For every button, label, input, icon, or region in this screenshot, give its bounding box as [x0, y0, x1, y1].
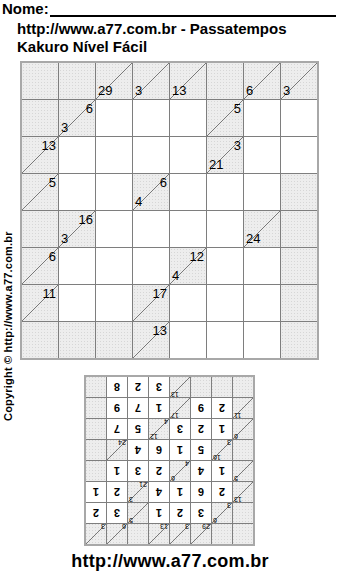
clue-cell-r0c6: 6 [244, 63, 280, 99]
sol-entry-cell-r5c1: 1 [212, 419, 232, 439]
across-clue: 13 [153, 323, 167, 338]
across-clue: 3 [234, 138, 241, 153]
clue-cell-r4c1: 163 [59, 211, 95, 247]
across-clue: 17 [153, 286, 167, 301]
sol-entry-cell-r5c5: 5 [128, 419, 148, 439]
clue-cell-r4c6: 24 [244, 211, 280, 247]
sol-clue-cell-r2c0: 13 [233, 482, 253, 502]
entry-cell-r3c1[interactable] [59, 174, 95, 210]
sol-block-cell-r7c2 [191, 377, 211, 397]
sol-block-cell-r7c1 [212, 377, 232, 397]
sol-entry-cell-r2c1: 2 [212, 482, 232, 502]
sol-clue-cell-r4c6: 24 [107, 440, 127, 460]
across-clue: 12 [190, 249, 204, 264]
sol-clue-cell-r3c3: 64 [170, 461, 190, 481]
clue-cell-r0c7: 3 [281, 63, 317, 99]
sol-entry-cell-r1c3: 2 [170, 503, 190, 523]
sol-clue-cell-r6c3: 17 [170, 398, 190, 418]
down-clue: 29 [202, 523, 210, 530]
sol-block-cell-r0c1 [212, 524, 232, 544]
sol-entry-cell-r4c5: 4 [128, 440, 148, 460]
sol-entry-cell-r2c4: 4 [149, 482, 169, 502]
down-clue: 3 [61, 120, 68, 135]
down-clue: 21 [139, 481, 147, 488]
clue-cell-r2c5: 321 [207, 137, 243, 173]
clue-cell-r5c0: 6 [22, 248, 58, 284]
sol-entry-cell-r3c2: 4 [191, 461, 211, 481]
block-cell-r7c7 [281, 322, 317, 358]
block-cell-r6c7 [281, 285, 317, 321]
across-clue: 5 [129, 517, 133, 524]
entry-cell-r1c7[interactable] [281, 100, 317, 136]
down-clue: 3 [283, 83, 290, 98]
across-clue: 5 [49, 175, 56, 190]
across-clue: 12 [150, 433, 158, 440]
entry-cell-r1c2[interactable] [96, 100, 132, 136]
sol-block-cell-r6c7 [86, 398, 106, 418]
sol-entry-cell-r5c6: 7 [107, 419, 127, 439]
down-clue: 24 [246, 231, 260, 246]
sol-entry-cell-r1c6: 3 [107, 503, 127, 523]
sol-block-cell-r7c7 [86, 377, 106, 397]
block-cell-r4c0 [22, 211, 58, 247]
name-fill-in-line[interactable] [50, 2, 336, 17]
sol-block-cell-r7c0 [233, 377, 253, 397]
sol-entry-cell-r5c3: 3 [170, 419, 190, 439]
sol-entry-cell-r3c1: 1 [212, 461, 232, 481]
entry-cell-r7c6[interactable] [244, 322, 280, 358]
copyright-vertical-text: Copyright © http://www.a77.com.br [2, 108, 14, 421]
clue-cell-r1c1: 63 [59, 100, 95, 136]
down-clue: 4 [164, 418, 168, 425]
sol-clue-cell-r3c0: 5 [233, 461, 253, 481]
down-clue: 24 [118, 439, 126, 446]
across-clue: 13 [171, 391, 179, 398]
entry-cell-r5c5[interactable] [207, 248, 243, 284]
across-clue: 5 [234, 101, 241, 116]
sol-clue-cell-r1c5: 5 [128, 503, 148, 523]
across-clue: 11 [234, 412, 241, 419]
kakuro-board[interactable]: 293136363513321564163246124111713 [20, 61, 319, 360]
clue-cell-r1c5: 5 [207, 100, 243, 136]
block-cell-r4c7 [281, 211, 317, 247]
sol-entry-cell-r6c1: 2 [212, 398, 232, 418]
across-clue: 17 [171, 412, 179, 419]
sol-block-cell-r1c0 [233, 503, 253, 523]
block-cell-r5c7 [281, 248, 317, 284]
down-clue: 29 [98, 83, 112, 98]
puzzle-title: Kakuro Nível Fácil [17, 38, 147, 55]
sol-clue-cell-r2c5: 321 [128, 482, 148, 502]
sol-clue-cell-r5c0: 6 [233, 419, 253, 439]
across-clue: 6 [160, 175, 167, 190]
across-clue: 6 [234, 433, 238, 440]
down-clue: 21 [209, 157, 223, 172]
entry-cell-r6c2[interactable] [96, 285, 132, 321]
clue-cell-r0c2: 29 [96, 63, 132, 99]
sol-entry-cell-r2c6: 2 [107, 482, 127, 502]
sol-entry-cell-r4c2: 5 [191, 440, 211, 460]
sol-clue-cell-r5c4: 124 [149, 419, 169, 439]
down-clue: 3 [185, 523, 189, 530]
block-cell-r1c0 [22, 100, 58, 136]
entry-cell-r5c3[interactable] [133, 248, 169, 284]
block-cell-r3c7 [281, 174, 317, 210]
across-clue: 6 [213, 517, 217, 524]
sol-clue-cell-r0c4: 13 [149, 524, 169, 544]
clue-cell-r0c4: 13 [170, 63, 206, 99]
across-clue: 13 [234, 496, 242, 503]
entry-cell-r6c5[interactable] [207, 285, 243, 321]
entry-cell-r7c4[interactable] [170, 322, 206, 358]
entry-cell-r3c5[interactable] [207, 174, 243, 210]
sol-entry-cell-r1c7: 2 [86, 503, 106, 523]
name-label: Nome: [2, 1, 49, 17]
sol-entry-cell-r1c2: 3 [191, 503, 211, 523]
entry-cell-r2c7[interactable] [281, 137, 317, 173]
across-clue: 13 [42, 138, 56, 153]
across-clue: 16 [213, 454, 221, 461]
across-clue: 11 [43, 286, 57, 301]
sol-entry-cell-r7c4: 3 [149, 377, 169, 397]
down-clue: 4 [172, 268, 179, 283]
entry-cell-r1c4[interactable] [170, 100, 206, 136]
sol-entry-cell-r7c5: 2 [128, 377, 148, 397]
sol-entry-cell-r2c7: 1 [86, 482, 106, 502]
across-clue: 6 [49, 249, 56, 264]
sol-clue-cell-r0c3: 3 [170, 524, 190, 544]
block-cell-r0c5 [207, 63, 243, 99]
sol-clue-cell-r1c1: 63 [212, 503, 232, 523]
down-clue: 4 [185, 460, 189, 467]
down-clue: 3 [135, 83, 142, 98]
sol-block-cell-r4c7 [86, 440, 106, 460]
block-cell-r7c1 [59, 322, 95, 358]
clue-cell-r5c4: 124 [170, 248, 206, 284]
clue-cell-r6c3: 17 [133, 285, 169, 321]
block-cell-r0c1 [59, 63, 95, 99]
down-clue: 4 [135, 194, 142, 209]
down-clue: 3 [227, 502, 231, 509]
sol-entry-cell-r3c6: 1 [107, 461, 127, 481]
site-title: http://www.a77.com.br - Passatempos [17, 20, 287, 37]
down-clue: 3 [227, 439, 231, 446]
sol-entry-cell-r4c3: 1 [170, 440, 190, 460]
entry-cell-r2c4[interactable] [170, 137, 206, 173]
sol-entry-cell-r7c6: 8 [107, 377, 127, 397]
sol-entry-cell-r6c4: 1 [149, 398, 169, 418]
entry-cell-r5c2[interactable] [96, 248, 132, 284]
sol-entry-cell-r6c2: 9 [191, 398, 211, 418]
entry-cell-r4c2[interactable] [96, 211, 132, 247]
block-cell-r0c0 [22, 63, 58, 99]
sol-block-cell-r0c5 [128, 524, 148, 544]
sol-entry-cell-r3c5: 3 [128, 461, 148, 481]
clue-cell-r6c0: 11 [22, 285, 58, 321]
across-clue: 16 [79, 212, 93, 227]
clue-cell-r3c3: 64 [133, 174, 169, 210]
entry-cell-r6c1[interactable] [59, 285, 95, 321]
clue-cell-r7c3: 13 [133, 322, 169, 358]
sol-entry-cell-r1c4: 1 [149, 503, 169, 523]
entry-cell-r2c1[interactable] [59, 137, 95, 173]
clue-cell-r2c0: 13 [22, 137, 58, 173]
sol-clue-cell-r4c1: 163 [212, 440, 232, 460]
across-clue: 6 [86, 101, 93, 116]
entry-cell-r2c3[interactable] [133, 137, 169, 173]
sol-clue-cell-r6c0: 11 [233, 398, 253, 418]
sol-block-cell-r4c0 [233, 440, 253, 460]
sol-clue-cell-r7c3: 13 [170, 377, 190, 397]
sol-entry-cell-r6c6: 9 [107, 398, 127, 418]
entry-cell-r1c6[interactable] [244, 100, 280, 136]
entry-cell-r6c6[interactable] [244, 285, 280, 321]
down-clue: 6 [122, 523, 126, 530]
sol-block-cell-r0c0 [233, 524, 253, 544]
footer-url: http://www.a77.com.br [0, 551, 340, 572]
entry-cell-r3c4[interactable] [170, 174, 206, 210]
clue-cell-r0c3: 3 [133, 63, 169, 99]
entry-cell-r3c2[interactable] [96, 174, 132, 210]
clue-cell-r3c0: 5 [22, 174, 58, 210]
entry-cell-r2c6[interactable] [244, 137, 280, 173]
entry-cell-r4c5[interactable] [207, 211, 243, 247]
entry-cell-r1c3[interactable] [133, 100, 169, 136]
down-clue: 13 [172, 83, 186, 98]
entry-cell-r5c1[interactable] [59, 248, 95, 284]
sol-entry-cell-r4c4: 6 [149, 440, 169, 460]
down-clue: 13 [160, 523, 168, 530]
entry-cell-r4c3[interactable] [133, 211, 169, 247]
entry-cell-r5c6[interactable] [244, 248, 280, 284]
sol-entry-cell-r2c3: 1 [170, 482, 190, 502]
sol-block-cell-r5c7 [86, 419, 106, 439]
sol-entry-cell-r3c4: 2 [149, 461, 169, 481]
down-clue: 3 [101, 523, 105, 530]
entry-cell-r4c4[interactable] [170, 211, 206, 247]
block-cell-r7c0 [22, 322, 58, 358]
down-clue: 3 [61, 231, 68, 246]
sol-entry-cell-r2c2: 6 [191, 482, 211, 502]
down-clue: 6 [246, 83, 253, 98]
name-row: Nome: [2, 1, 336, 17]
entry-cell-r7c5[interactable] [207, 322, 243, 358]
sol-entry-cell-r5c2: 2 [191, 419, 211, 439]
across-clue: 6 [171, 475, 175, 482]
entry-cell-r2c2[interactable] [96, 137, 132, 173]
kakuro-solution-board-rotated: 2931363633215321326143212151464231163516… [84, 375, 255, 546]
sol-entry-cell-r6c5: 7 [128, 398, 148, 418]
sol-clue-cell-r0c6: 6 [107, 524, 127, 544]
entry-cell-r6c4[interactable] [170, 285, 206, 321]
across-clue: 3 [129, 496, 133, 503]
entry-cell-r3c6[interactable] [244, 174, 280, 210]
across-clue: 5 [234, 475, 238, 482]
sol-clue-cell-r0c2: 29 [191, 524, 211, 544]
sol-clue-cell-r0c7: 3 [86, 524, 106, 544]
block-cell-r7c2 [96, 322, 132, 358]
sol-block-cell-r3c7 [86, 461, 106, 481]
